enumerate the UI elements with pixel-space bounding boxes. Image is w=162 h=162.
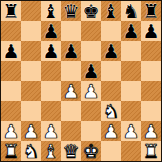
black-rook[interactable]: ♜ xyxy=(2,1,19,20)
square-b1[interactable]: ♞ xyxy=(21,141,41,161)
chess-board: ♜♝♛♚♝♞♜♟♟♟♟♟♟♟♟♟♟♞♟♟♟♟♟♟♜♞♝♛♚♜ xyxy=(0,0,162,162)
black-pawn[interactable]: ♟ xyxy=(42,41,59,60)
square-c7[interactable]: ♟ xyxy=(41,21,61,41)
white-bishop[interactable]: ♝ xyxy=(42,141,59,160)
white-pawn[interactable]: ♟ xyxy=(2,121,19,140)
black-queen[interactable]: ♛ xyxy=(62,1,79,20)
square-c2[interactable]: ♟ xyxy=(41,121,61,141)
square-h1[interactable]: ♜ xyxy=(141,141,161,161)
square-d1[interactable]: ♛ xyxy=(61,141,81,161)
square-d7[interactable] xyxy=(61,21,81,41)
square-a6[interactable]: ♟ xyxy=(1,41,21,61)
square-c3[interactable] xyxy=(41,101,61,121)
square-e3[interactable] xyxy=(81,101,101,121)
black-knight[interactable]: ♞ xyxy=(122,1,139,20)
black-pawn[interactable]: ♟ xyxy=(82,61,99,80)
black-king[interactable]: ♚ xyxy=(82,1,99,20)
black-pawn[interactable]: ♟ xyxy=(42,21,59,40)
square-d5[interactable] xyxy=(61,61,81,81)
square-f8[interactable]: ♝ xyxy=(101,1,121,21)
square-e6[interactable] xyxy=(81,41,101,61)
white-pawn[interactable]: ♟ xyxy=(22,121,39,140)
square-d3[interactable] xyxy=(61,101,81,121)
black-pawn[interactable]: ♟ xyxy=(142,21,159,40)
white-pawn[interactable]: ♟ xyxy=(122,121,139,140)
square-d8[interactable]: ♛ xyxy=(61,1,81,21)
square-e1[interactable]: ♚ xyxy=(81,141,101,161)
white-pawn[interactable]: ♟ xyxy=(62,81,79,100)
square-c1[interactable]: ♝ xyxy=(41,141,61,161)
white-knight[interactable]: ♞ xyxy=(102,101,119,120)
square-g5[interactable] xyxy=(121,61,141,81)
black-pawn[interactable]: ♟ xyxy=(62,41,79,60)
square-b6[interactable] xyxy=(21,41,41,61)
white-knight[interactable]: ♞ xyxy=(22,141,39,160)
square-g7[interactable]: ♟ xyxy=(121,21,141,41)
square-c4[interactable] xyxy=(41,81,61,101)
square-b8[interactable] xyxy=(21,1,41,21)
black-bishop[interactable]: ♝ xyxy=(42,1,59,20)
white-pawn[interactable]: ♟ xyxy=(82,81,99,100)
square-h5[interactable] xyxy=(141,61,161,81)
square-d2[interactable] xyxy=(61,121,81,141)
square-b4[interactable] xyxy=(21,81,41,101)
square-a3[interactable] xyxy=(1,101,21,121)
white-pawn[interactable]: ♟ xyxy=(42,121,59,140)
square-b3[interactable] xyxy=(21,101,41,121)
black-pawn[interactable]: ♟ xyxy=(102,41,119,60)
white-king[interactable]: ♚ xyxy=(82,141,99,160)
square-e5[interactable]: ♟ xyxy=(81,61,101,81)
square-f6[interactable]: ♟ xyxy=(101,41,121,61)
black-bishop[interactable]: ♝ xyxy=(102,1,119,20)
white-pawn[interactable]: ♟ xyxy=(102,121,119,140)
square-e2[interactable] xyxy=(81,121,101,141)
square-f1[interactable] xyxy=(101,141,121,161)
white-rook[interactable]: ♜ xyxy=(2,141,19,160)
square-a8[interactable]: ♜ xyxy=(1,1,21,21)
square-f4[interactable] xyxy=(101,81,121,101)
square-g8[interactable]: ♞ xyxy=(121,1,141,21)
square-b7[interactable] xyxy=(21,21,41,41)
square-a7[interactable] xyxy=(1,21,21,41)
square-h8[interactable]: ♜ xyxy=(141,1,161,21)
square-h3[interactable] xyxy=(141,101,161,121)
square-b2[interactable]: ♟ xyxy=(21,121,41,141)
black-pawn[interactable]: ♟ xyxy=(122,21,139,40)
square-f7[interactable] xyxy=(101,21,121,41)
square-h2[interactable]: ♟ xyxy=(141,121,161,141)
square-f3[interactable]: ♞ xyxy=(101,101,121,121)
square-c6[interactable]: ♟ xyxy=(41,41,61,61)
white-rook[interactable]: ♜ xyxy=(142,141,159,160)
square-a2[interactable]: ♟ xyxy=(1,121,21,141)
square-g6[interactable] xyxy=(121,41,141,61)
square-f2[interactable]: ♟ xyxy=(101,121,121,141)
square-e4[interactable]: ♟ xyxy=(81,81,101,101)
square-g2[interactable]: ♟ xyxy=(121,121,141,141)
square-h7[interactable]: ♟ xyxy=(141,21,161,41)
black-rook[interactable]: ♜ xyxy=(142,1,159,20)
square-e7[interactable] xyxy=(81,21,101,41)
square-h6[interactable] xyxy=(141,41,161,61)
square-a4[interactable] xyxy=(1,81,21,101)
square-c5[interactable] xyxy=(41,61,61,81)
square-b5[interactable] xyxy=(21,61,41,81)
white-queen[interactable]: ♛ xyxy=(62,141,79,160)
square-a1[interactable]: ♜ xyxy=(1,141,21,161)
square-c8[interactable]: ♝ xyxy=(41,1,61,21)
square-e8[interactable]: ♚ xyxy=(81,1,101,21)
black-pawn[interactable]: ♟ xyxy=(2,41,19,60)
square-d4[interactable]: ♟ xyxy=(61,81,81,101)
square-g1[interactable] xyxy=(121,141,141,161)
square-g3[interactable] xyxy=(121,101,141,121)
white-pawn[interactable]: ♟ xyxy=(142,121,159,140)
square-g4[interactable] xyxy=(121,81,141,101)
square-a5[interactable] xyxy=(1,61,21,81)
square-h4[interactable] xyxy=(141,81,161,101)
square-f5[interactable] xyxy=(101,61,121,81)
square-d6[interactable]: ♟ xyxy=(61,41,81,61)
